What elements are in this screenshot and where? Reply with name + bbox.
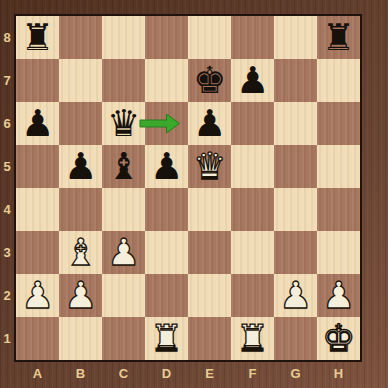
square-f2[interactable]: [231, 274, 274, 317]
square-c5[interactable]: ♝: [102, 145, 145, 188]
square-d5[interactable]: ♟: [145, 145, 188, 188]
piece-black-rook[interactable]: ♜: [317, 16, 360, 59]
square-e7[interactable]: ♚: [188, 59, 231, 102]
file-label-h: H: [317, 361, 360, 386]
square-f5[interactable]: [231, 145, 274, 188]
piece-white-bishop[interactable]: ♝: [59, 231, 102, 274]
square-g8[interactable]: [274, 16, 317, 59]
chess-board-frame: 87654321 ♜♜♚♟♟♛♟♟♝♟♛♝♟♟♟♟♟♜♜♚ ABCDEFGH: [0, 0, 388, 388]
piece-white-rook[interactable]: ♜: [231, 317, 274, 360]
piece-white-pawn[interactable]: ♟: [102, 231, 145, 274]
piece-black-pawn[interactable]: ♟: [188, 102, 231, 145]
square-b5[interactable]: ♟: [59, 145, 102, 188]
square-h5[interactable]: [317, 145, 360, 188]
piece-white-pawn[interactable]: ♟: [274, 274, 317, 317]
piece-white-pawn[interactable]: ♟: [317, 274, 360, 317]
square-g3[interactable]: [274, 231, 317, 274]
piece-white-king[interactable]: ♚: [317, 317, 360, 360]
piece-white-rook[interactable]: ♜: [145, 317, 188, 360]
square-h4[interactable]: [317, 188, 360, 231]
square-h8[interactable]: ♜: [317, 16, 360, 59]
piece-black-queen[interactable]: ♛: [102, 102, 145, 145]
square-g7[interactable]: [274, 59, 317, 102]
rank-label-3: 3: [0, 231, 14, 274]
square-g2[interactable]: ♟: [274, 274, 317, 317]
piece-black-pawn[interactable]: ♟: [145, 145, 188, 188]
square-d3[interactable]: [145, 231, 188, 274]
square-c1[interactable]: [102, 317, 145, 360]
square-h1[interactable]: ♚: [317, 317, 360, 360]
chess-board: ♜♜♚♟♟♛♟♟♝♟♛♝♟♟♟♟♟♜♜♚: [14, 14, 362, 362]
square-d1[interactable]: ♜: [145, 317, 188, 360]
piece-black-pawn[interactable]: ♟: [16, 102, 59, 145]
square-e1[interactable]: [188, 317, 231, 360]
square-f1[interactable]: ♜: [231, 317, 274, 360]
square-a2[interactable]: ♟: [16, 274, 59, 317]
square-b1[interactable]: [59, 317, 102, 360]
square-d6[interactable]: [145, 102, 188, 145]
piece-black-king[interactable]: ♚: [188, 59, 231, 102]
file-label-a: A: [16, 361, 59, 386]
square-g6[interactable]: [274, 102, 317, 145]
square-b7[interactable]: [59, 59, 102, 102]
square-e3[interactable]: [188, 231, 231, 274]
square-b4[interactable]: [59, 188, 102, 231]
file-label-e: E: [188, 361, 231, 386]
piece-white-pawn[interactable]: ♟: [59, 274, 102, 317]
square-g1[interactable]: [274, 317, 317, 360]
square-g4[interactable]: [274, 188, 317, 231]
piece-black-bishop[interactable]: ♝: [102, 145, 145, 188]
square-d7[interactable]: [145, 59, 188, 102]
square-c6[interactable]: ♛: [102, 102, 145, 145]
square-a1[interactable]: [16, 317, 59, 360]
square-a7[interactable]: [16, 59, 59, 102]
piece-white-queen[interactable]: ♛: [188, 145, 231, 188]
rank-label-1: 1: [0, 317, 14, 360]
square-c7[interactable]: [102, 59, 145, 102]
piece-black-rook[interactable]: ♜: [16, 16, 59, 59]
file-label-d: D: [145, 361, 188, 386]
square-g5[interactable]: [274, 145, 317, 188]
square-f4[interactable]: [231, 188, 274, 231]
file-labels: ABCDEFGH: [16, 361, 360, 386]
square-e5[interactable]: ♛: [188, 145, 231, 188]
square-f7[interactable]: ♟: [231, 59, 274, 102]
square-c8[interactable]: [102, 16, 145, 59]
square-a4[interactable]: [16, 188, 59, 231]
rank-label-6: 6: [0, 102, 14, 145]
square-c4[interactable]: [102, 188, 145, 231]
square-c3[interactable]: ♟: [102, 231, 145, 274]
rank-label-2: 2: [0, 274, 14, 317]
square-c2[interactable]: [102, 274, 145, 317]
piece-black-pawn[interactable]: ♟: [59, 145, 102, 188]
file-label-g: G: [274, 361, 317, 386]
square-h3[interactable]: [317, 231, 360, 274]
square-a3[interactable]: [16, 231, 59, 274]
rank-label-7: 7: [0, 59, 14, 102]
square-a8[interactable]: ♜: [16, 16, 59, 59]
rank-labels: 87654321: [0, 16, 14, 360]
rank-label-5: 5: [0, 145, 14, 188]
square-d2[interactable]: [145, 274, 188, 317]
square-e2[interactable]: [188, 274, 231, 317]
piece-black-pawn[interactable]: ♟: [231, 59, 274, 102]
square-h7[interactable]: [317, 59, 360, 102]
square-f8[interactable]: [231, 16, 274, 59]
square-f3[interactable]: [231, 231, 274, 274]
square-b2[interactable]: ♟: [59, 274, 102, 317]
square-f6[interactable]: [231, 102, 274, 145]
square-b6[interactable]: [59, 102, 102, 145]
square-e8[interactable]: [188, 16, 231, 59]
square-d8[interactable]: [145, 16, 188, 59]
square-a6[interactable]: ♟: [16, 102, 59, 145]
square-a5[interactable]: [16, 145, 59, 188]
square-d4[interactable]: [145, 188, 188, 231]
rank-label-8: 8: [0, 16, 14, 59]
file-label-c: C: [102, 361, 145, 386]
square-e4[interactable]: [188, 188, 231, 231]
file-label-f: F: [231, 361, 274, 386]
piece-white-pawn[interactable]: ♟: [16, 274, 59, 317]
square-h2[interactable]: ♟: [317, 274, 360, 317]
file-label-b: B: [59, 361, 102, 386]
square-b8[interactable]: [59, 16, 102, 59]
rank-label-4: 4: [0, 188, 14, 231]
square-h6[interactable]: [317, 102, 360, 145]
square-e6[interactable]: ♟: [188, 102, 231, 145]
square-b3[interactable]: ♝: [59, 231, 102, 274]
